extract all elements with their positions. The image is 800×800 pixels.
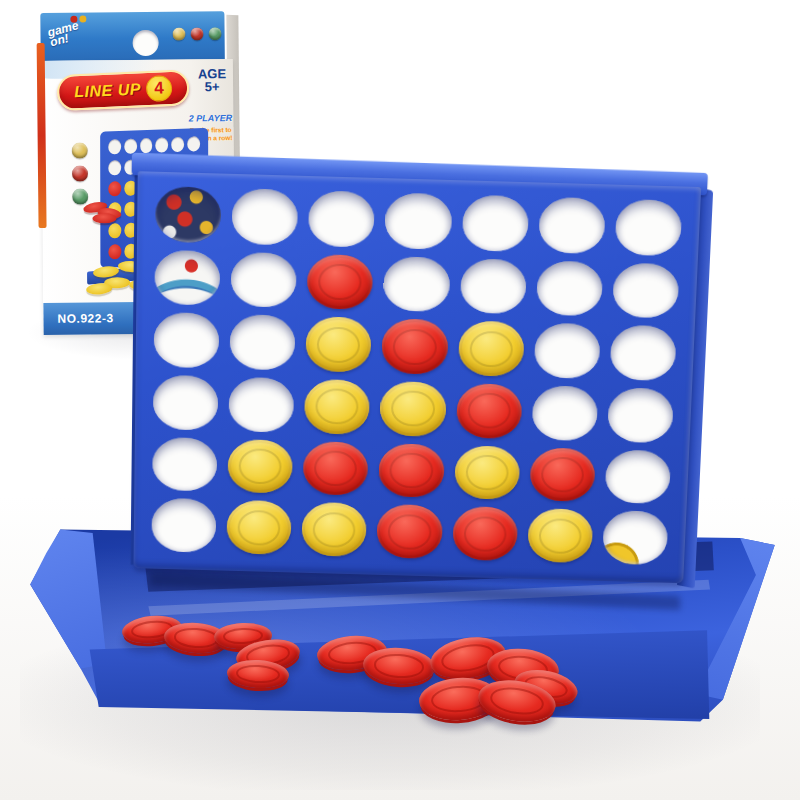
game-board <box>125 155 766 613</box>
hole-r5c5-yellow-disc <box>454 445 520 500</box>
hole-r1c1-empty <box>155 186 221 243</box>
hole-r3c4-red-disc <box>382 319 449 375</box>
hole-r5c7-empty <box>604 449 671 504</box>
box-art-yellow-disc <box>86 282 113 295</box>
players-label: 2 PLAYER <box>187 113 233 123</box>
age-label: AGE 5+ <box>193 67 231 93</box>
hole-r5c2-yellow-disc <box>228 439 294 494</box>
hole-r3c7-empty <box>609 325 676 381</box>
board-grid <box>133 171 701 583</box>
box-art-hole-dot <box>108 202 121 217</box>
hole-r1c5-empty <box>461 195 528 252</box>
hole-r5c4-red-disc <box>378 443 444 498</box>
hole-r6c2-yellow-disc <box>227 500 292 555</box>
hole-r6c5-red-disc <box>452 506 518 561</box>
hole-r4c6-empty <box>531 385 598 441</box>
hole-r6c7-empty <box>602 510 669 565</box>
brand-dot <box>79 16 86 23</box>
hole-r3c5-yellow-disc <box>458 321 525 377</box>
box-art-hole-dot <box>124 138 137 153</box>
badge-coin-3 <box>72 189 88 205</box>
hole-r2c4-empty <box>383 256 450 313</box>
badge-coin-2 <box>190 27 203 40</box>
hole-r2c1-empty <box>154 249 220 306</box>
hole-r3c2-empty <box>230 314 296 370</box>
flap-badges <box>172 27 221 41</box>
hole-r1c3-empty <box>308 190 375 247</box>
lineup-number-badge: 4 <box>145 75 172 102</box>
hole-r1c4-empty <box>385 192 452 249</box>
box-art-hole-dot <box>108 223 121 238</box>
brand-logo: game on! <box>47 20 82 47</box>
hole-r4c7-empty <box>607 387 674 443</box>
hole-r2c3-red-disc <box>307 254 374 311</box>
hole-r3c1-empty <box>154 312 220 368</box>
badge-coin-1 <box>72 143 88 159</box>
hole-r5c1-empty <box>152 437 217 492</box>
hole-r2c6-empty <box>536 260 603 317</box>
front-badges <box>72 143 89 205</box>
hole-r6c3-yellow-disc <box>302 502 368 557</box>
hole-r2c7-empty <box>612 262 680 319</box>
hang-hole <box>133 30 159 56</box>
hole-r4c2-empty <box>229 377 295 433</box>
box-art-hole-dot <box>108 181 121 196</box>
hole-r5c6-red-disc <box>529 447 596 502</box>
hole-r4c1-empty <box>153 375 219 431</box>
badge-coin-1 <box>172 28 185 41</box>
hole-r4c5-red-disc <box>456 383 523 439</box>
box-art-hole-dot <box>108 244 121 259</box>
box-art-hole-dot <box>108 139 121 154</box>
box-art-hole-dot <box>171 137 184 152</box>
hole-r1c6-empty <box>538 197 606 254</box>
model-number: NO.922-3 <box>57 311 113 326</box>
hole-r1c2-empty <box>232 188 299 245</box>
box-art-hole-dot <box>108 160 121 175</box>
hole-r3c3-yellow-disc <box>306 316 372 372</box>
lineup-title: LINE UP <box>74 80 141 101</box>
box-art-hole-dot <box>156 137 169 152</box>
badge-coin-2 <box>72 166 88 182</box>
hole-r5c3-red-disc <box>303 441 369 496</box>
hole-r6c6-yellow-disc <box>527 508 593 563</box>
hole-r6c4-red-disc <box>377 504 443 559</box>
box-top-flap: game on! <box>40 11 224 61</box>
hole-r3c6-empty <box>533 323 600 379</box>
box-art-hole-dot <box>140 138 153 153</box>
hole-r2c5-empty <box>459 258 526 315</box>
lineup-logo: LINE UP 4 <box>56 69 189 111</box>
hole-r2c2-empty <box>231 251 297 308</box>
hole-r4c3-yellow-disc <box>304 379 370 435</box>
badge-coin-3 <box>208 27 221 40</box>
hole-r6c1-empty <box>151 498 216 553</box>
scene: game on! LINE UP 4 AGE 5+ 2 PLAYER Be th… <box>0 0 800 800</box>
box-art-hole-dot <box>187 136 200 151</box>
age-line2: 5+ <box>193 80 231 93</box>
hole-r1c7-empty <box>614 199 682 256</box>
hole-r4c4-yellow-disc <box>380 381 446 437</box>
